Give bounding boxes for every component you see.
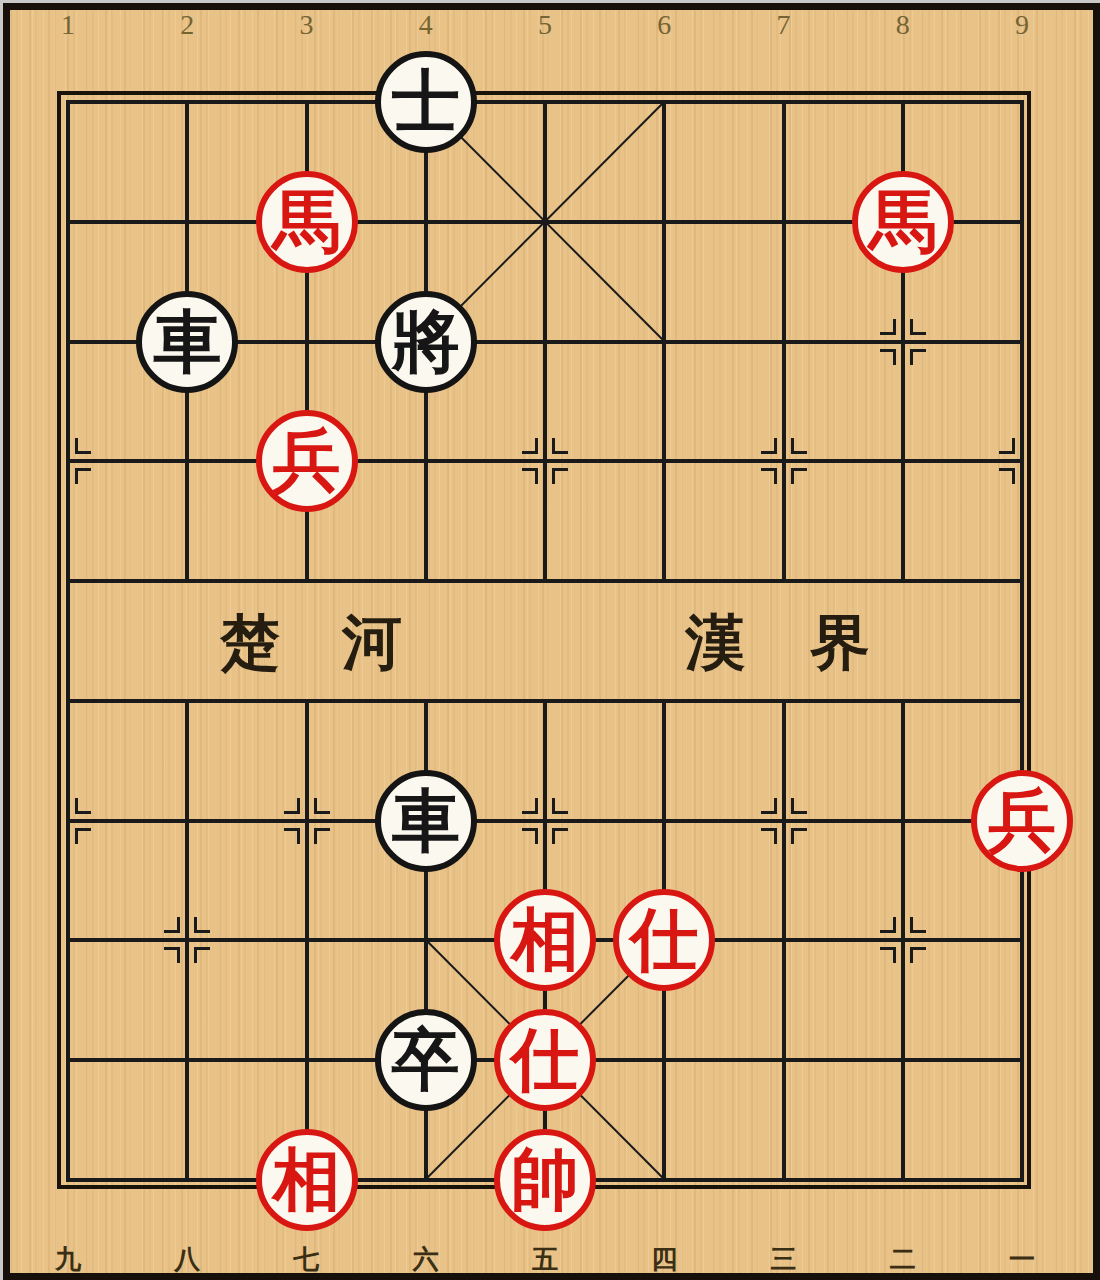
file-label-bottom-5: 五 [515,1240,575,1280]
black-chariot-piece[interactable]: 車 [136,291,238,393]
file-label-top-6: 6 [634,6,694,44]
red-advisor-piece[interactable]: 仕 [613,889,715,991]
file-label-bottom-3: 七 [277,1240,337,1280]
file-label-bottom-7: 三 [754,1240,814,1280]
file-label-top-7: 7 [754,6,814,44]
red-horse-piece[interactable]: 馬 [256,171,358,273]
file-label-bottom-1: 九 [38,1240,98,1280]
red-advisor-piece[interactable]: 仕 [494,1009,596,1111]
file-label-top-3: 3 [277,6,337,44]
xiangqi-board-screenshot: 123456789九八七六五四三二一楚河漢界士馬馬車將兵車兵相仕卒仕相帥 [0,0,1100,1280]
file-label-top-8: 8 [873,6,933,44]
red-elephant-piece[interactable]: 相 [256,1129,358,1231]
file-label-bottom-8: 二 [873,1240,933,1280]
black-soldier-piece[interactable]: 卒 [375,1009,477,1111]
file-label-top-5: 5 [515,6,575,44]
red-general-piece[interactable]: 帥 [494,1129,596,1231]
file-label-top-4: 4 [396,6,456,44]
file-label-top-9: 9 [992,6,1052,44]
red-soldier-piece[interactable]: 兵 [256,410,358,512]
black-advisor-piece[interactable]: 士 [375,51,477,153]
file-label-bottom-2: 八 [157,1240,217,1280]
black-general-piece[interactable]: 將 [375,291,477,393]
black-chariot-piece[interactable]: 車 [375,770,477,872]
red-horse-piece[interactable]: 馬 [852,171,954,273]
file-label-bottom-9: 一 [992,1240,1052,1280]
file-label-bottom-6: 四 [634,1240,694,1280]
file-label-top-2: 2 [157,6,217,44]
file-label-bottom-4: 六 [396,1240,456,1280]
red-elephant-piece[interactable]: 相 [494,889,596,991]
file-label-top-1: 1 [38,6,98,44]
red-soldier-piece[interactable]: 兵 [971,770,1073,872]
